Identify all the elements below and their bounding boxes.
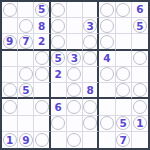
odd-cell-circle xyxy=(83,116,97,130)
odd-cell-circle xyxy=(3,83,17,97)
odd-cell-circle xyxy=(83,51,97,65)
odd-cell-circle xyxy=(133,100,147,114)
cell-r7c6[interactable] xyxy=(83,99,99,115)
given-digit: 4 xyxy=(103,53,110,64)
given-digit: 8 xyxy=(87,85,94,96)
cell-r3c2[interactable]: 7 xyxy=(18,34,34,50)
cell-r5c6[interactable] xyxy=(83,67,99,83)
cell-r9c2[interactable]: 9 xyxy=(18,132,34,148)
cell-r9c1[interactable]: 1 xyxy=(2,132,18,148)
cell-r1c1[interactable] xyxy=(2,2,18,18)
cell-r7c3[interactable] xyxy=(34,99,50,115)
cell-r9c4[interactable] xyxy=(51,132,67,148)
cell-r2c4[interactable] xyxy=(51,18,67,34)
cell-r2c7[interactable] xyxy=(99,18,115,34)
cell-r8c7[interactable] xyxy=(99,116,115,132)
cell-r2c3[interactable]: 8 xyxy=(34,18,50,34)
cell-r8c3[interactable] xyxy=(34,116,50,132)
cell-r4c7[interactable]: 4 xyxy=(99,51,115,67)
given-digit: 2 xyxy=(55,69,62,80)
cell-r6c6[interactable]: 8 xyxy=(83,83,99,99)
odd-cell-circle xyxy=(116,83,130,97)
odd-cell-circle xyxy=(51,3,65,17)
cell-r6c7[interactable] xyxy=(99,83,115,99)
cell-r9c7[interactable] xyxy=(99,132,115,148)
given-digit: 6 xyxy=(136,4,143,15)
odd-cell-circle xyxy=(100,3,114,17)
cell-r1c7[interactable] xyxy=(99,2,115,18)
cell-r6c9[interactable] xyxy=(132,83,148,99)
cell-r2c9[interactable]: 5 xyxy=(132,18,148,34)
cell-r5c1[interactable] xyxy=(2,67,18,83)
cell-r5c5[interactable] xyxy=(67,67,83,83)
odd-cell-circle xyxy=(51,19,65,33)
cell-r7c8[interactable] xyxy=(116,99,132,115)
cell-r7c5[interactable] xyxy=(67,99,83,115)
given-digit: 7 xyxy=(120,135,127,146)
given-digit: 2 xyxy=(38,36,45,47)
given-digit: 7 xyxy=(22,36,29,47)
cell-r8c6[interactable] xyxy=(83,116,99,132)
odd-cell-circle xyxy=(35,133,49,147)
given-digit: 6 xyxy=(55,102,62,113)
cell-r5c8[interactable] xyxy=(116,67,132,83)
cell-r2c5[interactable] xyxy=(67,18,83,34)
cell-r1c3[interactable]: 5 xyxy=(34,2,50,18)
given-digit: 5 xyxy=(38,4,45,15)
odd-cell-circle xyxy=(51,35,65,49)
cell-r3c8[interactable] xyxy=(116,34,132,50)
odd-cell-circle xyxy=(100,116,114,130)
given-digit: 3 xyxy=(71,53,78,64)
odd-cell-circle xyxy=(51,116,65,130)
cell-r1c5[interactable] xyxy=(67,2,83,18)
odd-cell-circle xyxy=(116,3,130,17)
given-digit: 5 xyxy=(120,118,127,129)
cell-r8c5[interactable] xyxy=(67,116,83,132)
cell-r2c8[interactable] xyxy=(116,18,132,34)
cell-r9c6[interactable] xyxy=(83,132,99,148)
cell-r9c3[interactable] xyxy=(34,132,50,148)
cell-r8c4[interactable] xyxy=(51,116,67,132)
cell-r3c9[interactable] xyxy=(132,34,148,50)
cell-r7c1[interactable] xyxy=(2,99,18,115)
odd-cell-circle xyxy=(19,67,33,81)
cell-r4c2[interactable] xyxy=(18,51,34,67)
cell-r6c5[interactable] xyxy=(67,83,83,99)
given-digit: 1 xyxy=(136,118,143,129)
cell-r9c9[interactable] xyxy=(132,132,148,148)
cell-r3c6[interactable] xyxy=(83,34,99,50)
cell-r1c9[interactable]: 6 xyxy=(132,2,148,18)
given-digit: 5 xyxy=(55,53,62,64)
odd-cell-circle xyxy=(83,35,97,49)
cell-r5c9[interactable] xyxy=(132,67,148,83)
odd-cell-circle xyxy=(35,51,49,65)
given-digit: 9 xyxy=(6,36,13,47)
cell-r1c6[interactable] xyxy=(83,2,99,18)
cell-r3c3[interactable]: 2 xyxy=(34,34,50,50)
given-digit: 9 xyxy=(22,135,29,146)
cell-r9c8[interactable]: 7 xyxy=(116,132,132,148)
odd-cell-circle xyxy=(67,83,81,97)
cell-r4c6[interactable] xyxy=(83,51,99,67)
cell-r5c3[interactable] xyxy=(34,67,50,83)
given-digit: 1 xyxy=(6,135,13,146)
cell-r4c3[interactable] xyxy=(34,51,50,67)
cell-r2c1[interactable] xyxy=(2,18,18,34)
cell-r4c4[interactable]: 5 xyxy=(51,51,67,67)
cell-r5c4[interactable]: 2 xyxy=(51,67,67,83)
odd-cell-circle xyxy=(100,67,114,81)
sudoku-board: 56835972534258651197 xyxy=(0,0,150,150)
cell-r7c9[interactable] xyxy=(132,99,148,115)
given-digit: 5 xyxy=(136,21,143,32)
odd-cell-circle xyxy=(67,133,81,147)
cell-r8c1[interactable] xyxy=(2,116,18,132)
given-digit: 5 xyxy=(22,85,29,96)
odd-cell-circle xyxy=(133,51,147,65)
cell-r6c3[interactable] xyxy=(34,83,50,99)
cell-r3c1[interactable]: 9 xyxy=(2,34,18,50)
odd-cell-circle xyxy=(35,100,49,114)
cell-r6c1[interactable] xyxy=(2,83,18,99)
cell-r4c9[interactable] xyxy=(132,51,148,67)
cell-r4c5[interactable]: 3 xyxy=(67,51,83,67)
cell-r3c7[interactable] xyxy=(99,34,115,50)
odd-cell-circle xyxy=(3,3,17,17)
odd-cell-circle xyxy=(100,19,114,33)
cell-r1c2[interactable] xyxy=(18,2,34,18)
cell-r8c2[interactable] xyxy=(18,116,34,132)
odd-cell-circle xyxy=(116,67,130,81)
cell-r1c4[interactable] xyxy=(51,2,67,18)
cell-r3c4[interactable] xyxy=(51,34,67,50)
cell-r8c8[interactable]: 5 xyxy=(116,116,132,132)
cell-r2c2[interactable] xyxy=(18,18,34,34)
odd-cell-circle xyxy=(67,100,81,114)
odd-cell-circle xyxy=(83,100,97,114)
odd-cell-circle xyxy=(67,67,81,81)
cell-r6c4[interactable] xyxy=(51,83,67,99)
cell-r9c5[interactable] xyxy=(67,132,83,148)
cell-r8c9[interactable]: 1 xyxy=(132,116,148,132)
cell-r5c7[interactable] xyxy=(99,67,115,83)
cell-r1c8[interactable] xyxy=(116,2,132,18)
cell-r7c7[interactable] xyxy=(99,99,115,115)
odd-cell-circle xyxy=(3,100,17,114)
odd-cell-circle xyxy=(133,83,147,97)
cell-r3c5[interactable] xyxy=(67,34,83,50)
odd-cell-circle xyxy=(19,19,33,33)
given-digit: 8 xyxy=(38,21,45,32)
cell-r2c6[interactable]: 3 xyxy=(83,18,99,34)
cell-r5c2[interactable] xyxy=(18,67,34,83)
cell-r4c8[interactable] xyxy=(116,51,132,67)
given-digit: 3 xyxy=(87,21,94,32)
cell-r7c4[interactable]: 6 xyxy=(51,99,67,115)
cell-r7c2[interactable] xyxy=(18,99,34,115)
cell-r4c1[interactable] xyxy=(2,51,18,67)
odd-cell-circle xyxy=(35,67,49,81)
odd-cell-circle xyxy=(100,35,114,49)
cell-r6c8[interactable] xyxy=(116,83,132,99)
cell-r6c2[interactable]: 5 xyxy=(18,83,34,99)
